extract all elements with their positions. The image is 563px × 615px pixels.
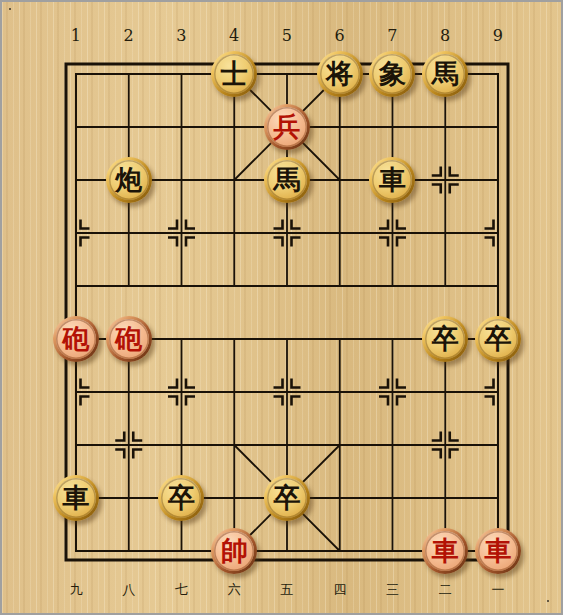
- piece-glyph: 士: [221, 60, 248, 87]
- red-cannon[interactable]: 砲: [53, 316, 99, 362]
- red-soldier[interactable]: 兵: [264, 104, 310, 150]
- point-4-1[interactable]: [208, 101, 261, 154]
- piece-glyph: 卒: [432, 325, 459, 352]
- point-4-7[interactable]: [208, 419, 261, 472]
- black-chariot[interactable]: 車: [53, 475, 99, 521]
- file-label-bottom: 六: [208, 581, 261, 599]
- file-label-bottom: 九: [50, 581, 103, 599]
- point-3-1[interactable]: [155, 101, 208, 154]
- point-3-7[interactable]: [155, 419, 208, 472]
- point-9-6[interactable]: [472, 366, 525, 419]
- red-cannon[interactable]: 砲: [106, 316, 152, 362]
- point-7-6[interactable]: [366, 366, 419, 419]
- point-8-4[interactable]: [419, 260, 472, 313]
- point-2-6[interactable]: [102, 366, 155, 419]
- screen-dot: [9, 8, 11, 10]
- file-label-bottom: 三: [366, 581, 419, 599]
- point-2-5[interactable]: 砲: [102, 313, 155, 366]
- point-1-9[interactable]: [50, 525, 103, 578]
- black-horse[interactable]: 馬: [422, 51, 468, 97]
- point-5-6[interactable]: [261, 366, 314, 419]
- piece-glyph: 馬: [273, 166, 300, 193]
- xiangqi-board-window: 123456789 士将象馬兵炮馬車砲砲卒卒車卒卒帥車車 九八七六五四三二一: [0, 0, 563, 615]
- point-5-3[interactable]: [261, 207, 314, 260]
- point-8-6[interactable]: [419, 366, 472, 419]
- point-8-3[interactable]: [419, 207, 472, 260]
- point-6-5[interactable]: [313, 313, 366, 366]
- piece-glyph: 将: [326, 60, 353, 87]
- point-5-0[interactable]: [261, 48, 314, 101]
- point-3-8[interactable]: 卒: [155, 472, 208, 525]
- point-2-4[interactable]: [102, 260, 155, 313]
- file-label-bottom: 一: [472, 581, 525, 599]
- point-7-0[interactable]: 象: [366, 48, 419, 101]
- point-9-3[interactable]: [472, 207, 525, 260]
- bottom-coordinates: 九八七六五四三二一: [50, 581, 525, 599]
- point-6-2[interactable]: [313, 154, 366, 207]
- file-label-bottom: 二: [419, 581, 472, 599]
- point-6-0[interactable]: 将: [313, 48, 366, 101]
- point-3-0[interactable]: [155, 48, 208, 101]
- piece-glyph: 卒: [168, 484, 195, 511]
- point-2-8[interactable]: [102, 472, 155, 525]
- piece-glyph: 馬: [432, 60, 459, 87]
- screen-dot: [547, 600, 549, 602]
- point-2-9[interactable]: [102, 525, 155, 578]
- point-3-6[interactable]: [155, 366, 208, 419]
- point-5-8[interactable]: 卒: [261, 472, 314, 525]
- point-8-0[interactable]: 馬: [419, 48, 472, 101]
- point-9-2[interactable]: [472, 154, 525, 207]
- point-8-1[interactable]: [419, 101, 472, 154]
- point-9-1[interactable]: [472, 101, 525, 154]
- point-9-5[interactable]: 卒: [472, 313, 525, 366]
- point-4-0[interactable]: 士: [208, 48, 261, 101]
- black-chariot[interactable]: 車: [369, 157, 415, 203]
- piece-glyph: 炮: [115, 166, 142, 193]
- piece-glyph: 車: [62, 484, 89, 511]
- point-7-2[interactable]: 車: [366, 154, 419, 207]
- point-9-0[interactable]: [472, 48, 525, 101]
- point-1-6[interactable]: [50, 366, 103, 419]
- point-5-1[interactable]: 兵: [261, 101, 314, 154]
- piece-glyph: 帥: [221, 537, 248, 564]
- point-1-1[interactable]: [50, 101, 103, 154]
- red-general[interactable]: 帥: [211, 528, 257, 574]
- point-2-7[interactable]: [102, 419, 155, 472]
- point-1-3[interactable]: [50, 207, 103, 260]
- point-4-9[interactable]: 帥: [208, 525, 261, 578]
- point-9-8[interactable]: [472, 472, 525, 525]
- piece-glyph: 兵: [273, 113, 300, 140]
- point-9-4[interactable]: [472, 260, 525, 313]
- file-label-bottom: 八: [102, 581, 155, 599]
- point-4-3[interactable]: [208, 207, 261, 260]
- point-6-3[interactable]: [313, 207, 366, 260]
- point-7-7[interactable]: [366, 419, 419, 472]
- point-7-9[interactable]: [366, 525, 419, 578]
- point-4-5[interactable]: [208, 313, 261, 366]
- point-4-6[interactable]: [208, 366, 261, 419]
- point-4-8[interactable]: [208, 472, 261, 525]
- point-9-7[interactable]: [472, 419, 525, 472]
- point-6-9[interactable]: [313, 525, 366, 578]
- point-7-3[interactable]: [366, 207, 419, 260]
- file-label-bottom: 四: [313, 581, 366, 599]
- point-5-7[interactable]: [261, 419, 314, 472]
- black-cannon[interactable]: 炮: [106, 157, 152, 203]
- piece-glyph: 卒: [484, 325, 511, 352]
- point-8-2[interactable]: [419, 154, 472, 207]
- black-soldier[interactable]: 卒: [264, 475, 310, 521]
- point-4-2[interactable]: [208, 154, 261, 207]
- point-2-2[interactable]: 炮: [102, 154, 155, 207]
- point-1-7[interactable]: [50, 419, 103, 472]
- point-3-9[interactable]: [155, 525, 208, 578]
- point-5-5[interactable]: [261, 313, 314, 366]
- piece-glyph: 車: [379, 166, 406, 193]
- point-7-8[interactable]: [366, 472, 419, 525]
- point-5-2[interactable]: 馬: [261, 154, 314, 207]
- black-advisor[interactable]: 士: [211, 51, 257, 97]
- point-8-7[interactable]: [419, 419, 472, 472]
- point-9-9[interactable]: 車: [472, 525, 525, 578]
- black-soldier[interactable]: 卒: [475, 316, 521, 362]
- point-3-5[interactable]: [155, 313, 208, 366]
- piece-glyph: 砲: [115, 325, 142, 352]
- point-1-0[interactable]: [50, 48, 103, 101]
- point-1-4[interactable]: [50, 260, 103, 313]
- point-3-4[interactable]: [155, 260, 208, 313]
- point-7-1[interactable]: [366, 101, 419, 154]
- black-elephant[interactable]: 象: [369, 51, 415, 97]
- point-2-1[interactable]: [102, 101, 155, 154]
- point-5-9[interactable]: [261, 525, 314, 578]
- black-soldier[interactable]: 卒: [422, 316, 468, 362]
- point-8-9[interactable]: 車: [419, 525, 472, 578]
- point-1-5[interactable]: 砲: [50, 313, 103, 366]
- point-2-3[interactable]: [102, 207, 155, 260]
- point-8-5[interactable]: 卒: [419, 313, 472, 366]
- point-7-5[interactable]: [366, 313, 419, 366]
- red-chariot[interactable]: 車: [475, 528, 521, 574]
- file-label-bottom: 七: [155, 581, 208, 599]
- piece-glyph: 砲: [62, 325, 89, 352]
- point-5-4[interactable]: [261, 260, 314, 313]
- point-3-3[interactable]: [155, 207, 208, 260]
- board-grid: 士将象馬兵炮馬車砲砲卒卒車卒卒帥車車: [50, 48, 525, 578]
- point-7-4[interactable]: [366, 260, 419, 313]
- black-soldier[interactable]: 卒: [158, 475, 204, 521]
- black-horse[interactable]: 馬: [264, 157, 310, 203]
- piece-glyph: 卒: [273, 484, 300, 511]
- point-1-2[interactable]: [50, 154, 103, 207]
- point-6-7[interactable]: [313, 419, 366, 472]
- black-general[interactable]: 将: [317, 51, 363, 97]
- point-3-2[interactable]: [155, 154, 208, 207]
- point-6-1[interactable]: [313, 101, 366, 154]
- piece-glyph: 車: [432, 537, 459, 564]
- point-2-0[interactable]: [102, 48, 155, 101]
- point-1-8[interactable]: 車: [50, 472, 103, 525]
- piece-glyph: 車: [484, 537, 511, 564]
- file-label-bottom: 五: [261, 581, 314, 599]
- point-4-4[interactable]: [208, 260, 261, 313]
- point-6-4[interactable]: [313, 260, 366, 313]
- piece-glyph: 象: [379, 60, 406, 87]
- point-6-6[interactable]: [313, 366, 366, 419]
- point-8-8[interactable]: [419, 472, 472, 525]
- point-6-8[interactable]: [313, 472, 366, 525]
- red-chariot[interactable]: 車: [422, 528, 468, 574]
